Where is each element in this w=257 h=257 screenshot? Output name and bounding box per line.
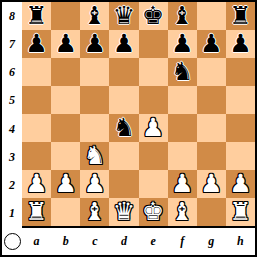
black-pawn: ♟ xyxy=(229,31,251,56)
square-b4[interactable] xyxy=(51,114,80,142)
rank-labels: 87654321 xyxy=(2,2,22,228)
rank-label-1: 1 xyxy=(2,200,22,228)
rank-label-3: 3 xyxy=(2,143,22,171)
rank-label-8: 8 xyxy=(2,2,22,30)
white-pawn: ♟ xyxy=(229,171,251,196)
square-c5[interactable] xyxy=(80,86,109,114)
board-corner xyxy=(2,228,22,255)
file-label-h: h xyxy=(226,228,255,255)
square-b3[interactable] xyxy=(51,142,80,170)
square-a1[interactable]: ♜ xyxy=(22,198,51,226)
square-a7[interactable]: ♟ xyxy=(22,30,51,58)
square-b1[interactable] xyxy=(51,198,80,226)
rank-label-4: 4 xyxy=(2,115,22,143)
black-knight: ♞ xyxy=(113,115,135,140)
file-label-e: e xyxy=(139,228,168,255)
white-rook: ♜ xyxy=(229,199,251,224)
square-c6[interactable] xyxy=(80,58,109,86)
square-c2[interactable]: ♟ xyxy=(80,170,109,198)
square-g8[interactable] xyxy=(197,2,226,30)
square-e2[interactable] xyxy=(139,170,168,198)
black-king: ♚ xyxy=(142,3,164,28)
square-g3[interactable] xyxy=(197,142,226,170)
white-pawn: ♟ xyxy=(84,171,106,196)
square-g7[interactable]: ♟ xyxy=(197,30,226,58)
chess-diagram: 87654321 ♜♝♛♚♝♜♟♟♟♟♟♟♟♞♞♟♞♟♟♟♟♟♟♜♝♛♚♝♜ a… xyxy=(0,0,257,257)
white-pawn: ♟ xyxy=(142,115,164,140)
square-e6[interactable] xyxy=(139,58,168,86)
rank-label-5: 5 xyxy=(2,87,22,115)
rank-label-7: 7 xyxy=(2,30,22,58)
square-d8[interactable]: ♛ xyxy=(109,2,138,30)
square-h4[interactable] xyxy=(226,114,255,142)
black-pawn: ♟ xyxy=(113,31,135,56)
square-b6[interactable] xyxy=(51,58,80,86)
square-h7[interactable]: ♟ xyxy=(226,30,255,58)
square-h2[interactable]: ♟ xyxy=(226,170,255,198)
square-g1[interactable] xyxy=(197,198,226,226)
square-a3[interactable] xyxy=(22,142,51,170)
board: ♜♝♛♚♝♜♟♟♟♟♟♟♟♞♞♟♞♟♟♟♟♟♟♜♝♛♚♝♜ xyxy=(22,2,255,228)
square-c8[interactable]: ♝ xyxy=(80,2,109,30)
white-to-move-indicator xyxy=(4,233,21,250)
white-pawn: ♟ xyxy=(171,171,193,196)
square-h6[interactable] xyxy=(226,58,255,86)
black-bishop: ♝ xyxy=(84,3,106,28)
square-d5[interactable] xyxy=(109,86,138,114)
square-g2[interactable]: ♟ xyxy=(197,170,226,198)
square-g5[interactable] xyxy=(197,86,226,114)
black-pawn: ♟ xyxy=(200,31,222,56)
square-a5[interactable] xyxy=(22,86,51,114)
file-label-f: f xyxy=(168,228,197,255)
black-bishop: ♝ xyxy=(171,3,193,28)
file-labels: abcdefgh xyxy=(22,228,255,255)
black-queen: ♛ xyxy=(113,3,135,28)
white-pawn: ♟ xyxy=(54,171,76,196)
square-f6[interactable]: ♞ xyxy=(168,58,197,86)
white-knight: ♞ xyxy=(84,143,106,168)
square-e5[interactable] xyxy=(139,86,168,114)
square-c4[interactable] xyxy=(80,114,109,142)
square-d2[interactable] xyxy=(109,170,138,198)
square-f1[interactable]: ♝ xyxy=(168,198,197,226)
black-knight: ♞ xyxy=(171,59,193,84)
square-f3[interactable] xyxy=(168,142,197,170)
square-h8[interactable]: ♜ xyxy=(226,2,255,30)
square-b7[interactable]: ♟ xyxy=(51,30,80,58)
black-rook: ♜ xyxy=(229,3,251,28)
black-pawn: ♟ xyxy=(171,31,193,56)
file-label-c: c xyxy=(80,228,109,255)
square-e4[interactable]: ♟ xyxy=(139,114,168,142)
black-pawn: ♟ xyxy=(25,31,47,56)
square-a8[interactable]: ♜ xyxy=(22,2,51,30)
square-d3[interactable] xyxy=(109,142,138,170)
square-b8[interactable] xyxy=(51,2,80,30)
square-e8[interactable]: ♚ xyxy=(139,2,168,30)
square-c1[interactable]: ♝ xyxy=(80,198,109,226)
square-a4[interactable] xyxy=(22,114,51,142)
square-d7[interactable]: ♟ xyxy=(109,30,138,58)
square-b5[interactable] xyxy=(51,86,80,114)
square-f4[interactable] xyxy=(168,114,197,142)
square-e7[interactable] xyxy=(139,30,168,58)
square-h1[interactable]: ♜ xyxy=(226,198,255,226)
square-f8[interactable]: ♝ xyxy=(168,2,197,30)
file-label-d: d xyxy=(109,228,138,255)
white-pawn: ♟ xyxy=(25,171,47,196)
white-rook: ♜ xyxy=(25,199,47,224)
square-b2[interactable]: ♟ xyxy=(51,170,80,198)
square-e1[interactable]: ♚ xyxy=(139,198,168,226)
square-d4[interactable]: ♞ xyxy=(109,114,138,142)
black-pawn: ♟ xyxy=(84,31,106,56)
rank-label-2: 2 xyxy=(2,172,22,200)
white-bishop: ♝ xyxy=(171,199,193,224)
file-label-a: a xyxy=(22,228,51,255)
square-h5[interactable] xyxy=(226,86,255,114)
square-g4[interactable] xyxy=(197,114,226,142)
white-king: ♚ xyxy=(142,199,164,224)
square-f2[interactable]: ♟ xyxy=(168,170,197,198)
square-f7[interactable]: ♟ xyxy=(168,30,197,58)
square-a2[interactable]: ♟ xyxy=(22,170,51,198)
square-c7[interactable]: ♟ xyxy=(80,30,109,58)
square-d6[interactable] xyxy=(109,58,138,86)
file-label-b: b xyxy=(51,228,80,255)
square-e3[interactable] xyxy=(139,142,168,170)
square-a6[interactable] xyxy=(22,58,51,86)
black-rook: ♜ xyxy=(25,3,47,28)
file-label-g: g xyxy=(197,228,226,255)
white-bishop: ♝ xyxy=(84,199,106,224)
white-queen: ♛ xyxy=(113,199,135,224)
square-c3[interactable]: ♞ xyxy=(80,142,109,170)
square-h3[interactable] xyxy=(226,142,255,170)
white-pawn: ♟ xyxy=(200,171,222,196)
square-d1[interactable]: ♛ xyxy=(109,198,138,226)
square-f5[interactable] xyxy=(168,86,197,114)
square-g6[interactable] xyxy=(197,58,226,86)
rank-label-6: 6 xyxy=(2,59,22,87)
black-pawn: ♟ xyxy=(54,31,76,56)
